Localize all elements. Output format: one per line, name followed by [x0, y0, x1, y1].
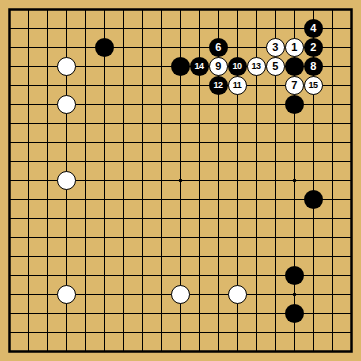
move-number: 9	[215, 61, 221, 72]
stone-black-r16: 8	[304, 57, 323, 76]
stone-black-q5	[285, 266, 304, 285]
stone-white-p16: 5	[266, 57, 285, 76]
move-number: 1	[291, 42, 297, 53]
stone-white-d4	[57, 285, 76, 304]
move-number: 8	[310, 61, 316, 72]
stone-white-n15: 11	[228, 76, 247, 95]
stone-white-d14	[57, 95, 76, 114]
stone-white-m16: 9	[209, 57, 228, 76]
stone-white-q15: 7	[285, 76, 304, 95]
stone-white-o16: 13	[247, 57, 266, 76]
move-number: 2	[310, 42, 316, 53]
move-number: 14	[194, 62, 203, 71]
board-stones: 123456789101112131415	[0, 0, 361, 361]
stone-white-q17: 1	[285, 38, 304, 57]
stone-black-f17	[95, 38, 114, 57]
stone-black-q14	[285, 95, 304, 114]
move-number: 11	[233, 81, 242, 90]
move-number: 3	[272, 42, 278, 53]
move-number: 6	[215, 42, 221, 53]
stone-black-r9	[304, 190, 323, 209]
move-number: 13	[251, 62, 260, 71]
stone-white-d16	[57, 57, 76, 76]
stone-white-r15: 15	[304, 76, 323, 95]
stone-black-l16: 14	[190, 57, 209, 76]
move-number: 5	[272, 61, 278, 72]
stone-black-q16	[285, 57, 304, 76]
go-board[interactable]: 123456789101112131415	[0, 0, 361, 361]
stone-black-r18: 4	[304, 19, 323, 38]
stone-black-k16	[171, 57, 190, 76]
stone-white-p17: 3	[266, 38, 285, 57]
stone-black-r17: 2	[304, 38, 323, 57]
move-number: 12	[213, 81, 222, 90]
stone-black-n16: 10	[228, 57, 247, 76]
stone-white-d10	[57, 171, 76, 190]
stone-black-m17: 6	[209, 38, 228, 57]
stone-white-k4	[171, 285, 190, 304]
stone-black-m15: 12	[209, 76, 228, 95]
move-number: 7	[291, 80, 297, 91]
stone-white-n4	[228, 285, 247, 304]
move-number: 15	[308, 81, 317, 90]
move-number: 10	[232, 62, 241, 71]
stone-black-q3	[285, 304, 304, 323]
move-number: 4	[310, 23, 316, 34]
